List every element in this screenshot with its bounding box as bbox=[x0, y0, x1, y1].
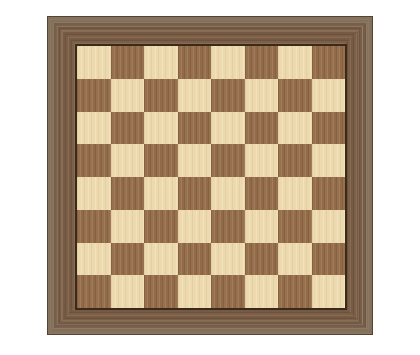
square-h2 bbox=[312, 243, 346, 276]
square-f8 bbox=[245, 46, 279, 79]
square-g3 bbox=[278, 210, 312, 243]
square-e5 bbox=[211, 144, 245, 177]
chessboard bbox=[47, 16, 373, 335]
square-h4 bbox=[312, 177, 346, 210]
square-c3 bbox=[144, 210, 178, 243]
square-g7 bbox=[278, 79, 312, 112]
square-c1 bbox=[144, 275, 178, 308]
square-e7 bbox=[211, 79, 245, 112]
square-g5 bbox=[278, 144, 312, 177]
square-b2 bbox=[111, 243, 145, 276]
square-b6 bbox=[111, 112, 145, 145]
square-f4 bbox=[245, 177, 279, 210]
square-d3 bbox=[178, 210, 212, 243]
square-c2 bbox=[144, 243, 178, 276]
square-g1 bbox=[278, 275, 312, 308]
square-a3 bbox=[77, 210, 111, 243]
board-grid bbox=[75, 44, 347, 310]
square-b8 bbox=[111, 46, 145, 79]
square-h8 bbox=[312, 46, 346, 79]
square-h3 bbox=[312, 210, 346, 243]
square-c4 bbox=[144, 177, 178, 210]
square-c5 bbox=[144, 144, 178, 177]
square-a4 bbox=[77, 177, 111, 210]
square-b3 bbox=[111, 210, 145, 243]
square-d5 bbox=[178, 144, 212, 177]
square-d4 bbox=[178, 177, 212, 210]
square-a8 bbox=[77, 46, 111, 79]
frame-top-rail bbox=[47, 16, 373, 45]
square-b1 bbox=[111, 275, 145, 308]
square-d1 bbox=[178, 275, 212, 308]
square-c6 bbox=[144, 112, 178, 145]
square-d7 bbox=[178, 79, 212, 112]
frame-bottom-rail bbox=[47, 306, 373, 335]
square-g2 bbox=[278, 243, 312, 276]
square-d8 bbox=[178, 46, 212, 79]
square-f7 bbox=[245, 79, 279, 112]
square-f5 bbox=[245, 144, 279, 177]
square-d2 bbox=[178, 243, 212, 276]
square-b5 bbox=[111, 144, 145, 177]
square-b4 bbox=[111, 177, 145, 210]
square-b7 bbox=[111, 79, 145, 112]
square-h5 bbox=[312, 144, 346, 177]
photo-background bbox=[0, 0, 420, 355]
square-a1 bbox=[77, 275, 111, 308]
square-a2 bbox=[77, 243, 111, 276]
square-c7 bbox=[144, 79, 178, 112]
square-h6 bbox=[312, 112, 346, 145]
square-e2 bbox=[211, 243, 245, 276]
square-e6 bbox=[211, 112, 245, 145]
square-f1 bbox=[245, 275, 279, 308]
square-g8 bbox=[278, 46, 312, 79]
square-g4 bbox=[278, 177, 312, 210]
square-e3 bbox=[211, 210, 245, 243]
square-c8 bbox=[144, 46, 178, 79]
square-h1 bbox=[312, 275, 346, 308]
square-f3 bbox=[245, 210, 279, 243]
square-f6 bbox=[245, 112, 279, 145]
square-h7 bbox=[312, 79, 346, 112]
square-e4 bbox=[211, 177, 245, 210]
square-a7 bbox=[77, 79, 111, 112]
square-a5 bbox=[77, 144, 111, 177]
square-a6 bbox=[77, 112, 111, 145]
square-e8 bbox=[211, 46, 245, 79]
square-e1 bbox=[211, 275, 245, 308]
square-d6 bbox=[178, 112, 212, 145]
square-g6 bbox=[278, 112, 312, 145]
square-f2 bbox=[245, 243, 279, 276]
